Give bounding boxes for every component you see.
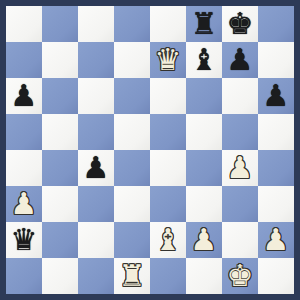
square-g1[interactable]: ♚	[222, 258, 258, 294]
square-c3[interactable]	[78, 186, 114, 222]
square-f4[interactable]	[186, 150, 222, 186]
square-e6[interactable]	[150, 78, 186, 114]
square-h6[interactable]: ♟	[258, 78, 294, 114]
square-h5[interactable]	[258, 114, 294, 150]
black-bishop-piece[interactable]: ♝	[191, 42, 218, 78]
square-g4[interactable]: ♟	[222, 150, 258, 186]
square-a7[interactable]	[6, 42, 42, 78]
square-c8[interactable]	[78, 6, 114, 42]
square-e2[interactable]: ♝	[150, 222, 186, 258]
square-d2[interactable]	[114, 222, 150, 258]
square-a1[interactable]	[6, 258, 42, 294]
black-pawn-piece[interactable]: ♟	[83, 150, 110, 186]
square-b4[interactable]	[42, 150, 78, 186]
square-a2[interactable]: ♛	[6, 222, 42, 258]
square-c4[interactable]: ♟	[78, 150, 114, 186]
square-h1[interactable]	[258, 258, 294, 294]
square-e1[interactable]	[150, 258, 186, 294]
black-pawn-piece[interactable]: ♟	[227, 42, 254, 78]
square-d7[interactable]	[114, 42, 150, 78]
square-b1[interactable]	[42, 258, 78, 294]
square-c7[interactable]	[78, 42, 114, 78]
square-f8[interactable]: ♜	[186, 6, 222, 42]
square-c6[interactable]	[78, 78, 114, 114]
square-g7[interactable]: ♟	[222, 42, 258, 78]
square-g2[interactable]	[222, 222, 258, 258]
square-h8[interactable]	[258, 6, 294, 42]
square-b6[interactable]	[42, 78, 78, 114]
square-g6[interactable]	[222, 78, 258, 114]
square-b3[interactable]	[42, 186, 78, 222]
square-b2[interactable]	[42, 222, 78, 258]
square-e3[interactable]	[150, 186, 186, 222]
square-a6[interactable]: ♟	[6, 78, 42, 114]
white-pawn-piece[interactable]: ♟	[191, 222, 218, 258]
square-b7[interactable]	[42, 42, 78, 78]
square-e7[interactable]: ♛	[150, 42, 186, 78]
square-d8[interactable]	[114, 6, 150, 42]
chess-board-frame: ♜♚♛♝♟♟♟♟♟♟♛♝♟♟♜♚	[0, 0, 300, 300]
square-f3[interactable]	[186, 186, 222, 222]
white-queen-piece[interactable]: ♛	[155, 42, 182, 78]
square-h3[interactable]	[258, 186, 294, 222]
square-c5[interactable]	[78, 114, 114, 150]
chess-board: ♜♚♛♝♟♟♟♟♟♟♛♝♟♟♜♚	[6, 6, 294, 294]
square-e5[interactable]	[150, 114, 186, 150]
square-d5[interactable]	[114, 114, 150, 150]
square-g5[interactable]	[222, 114, 258, 150]
square-f5[interactable]	[186, 114, 222, 150]
square-b8[interactable]	[42, 6, 78, 42]
white-rook-piece[interactable]: ♜	[119, 258, 146, 294]
square-a3[interactable]: ♟	[6, 186, 42, 222]
white-pawn-piece[interactable]: ♟	[11, 186, 38, 222]
square-h7[interactable]	[258, 42, 294, 78]
square-f6[interactable]	[186, 78, 222, 114]
square-f7[interactable]: ♝	[186, 42, 222, 78]
square-a5[interactable]	[6, 114, 42, 150]
square-a8[interactable]	[6, 6, 42, 42]
square-f1[interactable]	[186, 258, 222, 294]
square-d1[interactable]: ♜	[114, 258, 150, 294]
square-g8[interactable]: ♚	[222, 6, 258, 42]
square-g3[interactable]	[222, 186, 258, 222]
black-queen-piece[interactable]: ♛	[11, 222, 38, 258]
square-h2[interactable]: ♟	[258, 222, 294, 258]
square-a4[interactable]	[6, 150, 42, 186]
white-king-piece[interactable]: ♚	[227, 258, 254, 294]
square-d6[interactable]	[114, 78, 150, 114]
square-b5[interactable]	[42, 114, 78, 150]
square-c1[interactable]	[78, 258, 114, 294]
square-c2[interactable]	[78, 222, 114, 258]
square-d4[interactable]	[114, 150, 150, 186]
black-pawn-piece[interactable]: ♟	[11, 78, 38, 114]
square-h4[interactable]	[258, 150, 294, 186]
white-pawn-piece[interactable]: ♟	[227, 150, 254, 186]
black-pawn-piece[interactable]: ♟	[263, 78, 290, 114]
square-e4[interactable]	[150, 150, 186, 186]
black-king-piece[interactable]: ♚	[227, 6, 254, 42]
square-f2[interactable]: ♟	[186, 222, 222, 258]
white-pawn-piece[interactable]: ♟	[263, 222, 290, 258]
black-rook-piece[interactable]: ♜	[191, 6, 218, 42]
white-bishop-piece[interactable]: ♝	[155, 222, 182, 258]
square-d3[interactable]	[114, 186, 150, 222]
square-e8[interactable]	[150, 6, 186, 42]
